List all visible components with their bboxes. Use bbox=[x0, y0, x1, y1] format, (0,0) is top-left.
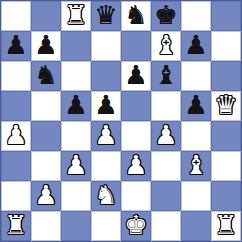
white-pawn-f4[interactable]: ♟ bbox=[154, 122, 177, 150]
square-e2[interactable] bbox=[121, 181, 151, 211]
square-c8[interactable]: ♜ bbox=[61, 1, 91, 31]
square-h2[interactable] bbox=[211, 181, 241, 211]
black-pawn-g5[interactable]: ♟ bbox=[184, 92, 207, 120]
square-e4[interactable] bbox=[121, 121, 151, 151]
square-h5[interactable]: ♛ bbox=[211, 91, 241, 121]
square-f3[interactable] bbox=[151, 151, 181, 181]
square-g8[interactable] bbox=[181, 1, 211, 31]
square-h4[interactable] bbox=[211, 121, 241, 151]
square-b5[interactable] bbox=[31, 91, 61, 121]
square-b3[interactable] bbox=[31, 151, 61, 181]
square-b1[interactable] bbox=[31, 211, 61, 241]
white-pawn-e3[interactable]: ♟ bbox=[124, 152, 147, 180]
square-h6[interactable] bbox=[211, 61, 241, 91]
black-pawn-g7[interactable]: ♟ bbox=[184, 32, 207, 60]
square-g2[interactable] bbox=[181, 181, 211, 211]
square-d7[interactable] bbox=[91, 31, 121, 61]
square-d5[interactable]: ♟ bbox=[91, 91, 121, 121]
white-knight-d2[interactable]: ♞ bbox=[94, 182, 117, 210]
black-knight-b6[interactable]: ♞ bbox=[34, 62, 57, 90]
square-e8[interactable]: ♞ bbox=[121, 1, 151, 31]
chess-board-container: ♜♛♞♚♟♟♝♟♞♟♝♟♟♟♛♟♟♟♟♟♝♟♞♜♚♜ bbox=[0, 0, 242, 242]
square-a1[interactable]: ♜ bbox=[1, 211, 31, 241]
square-e1[interactable]: ♚ bbox=[121, 211, 151, 241]
white-rook-c8[interactable]: ♜ bbox=[64, 2, 87, 30]
square-a8[interactable] bbox=[1, 1, 31, 31]
black-king-f8[interactable]: ♚ bbox=[154, 2, 177, 30]
square-f1[interactable] bbox=[151, 211, 181, 241]
square-b8[interactable] bbox=[31, 1, 61, 31]
black-pawn-c5[interactable]: ♟ bbox=[64, 92, 87, 120]
square-g1[interactable] bbox=[181, 211, 211, 241]
chess-board: ♜♛♞♚♟♟♝♟♞♟♝♟♟♟♛♟♟♟♟♟♝♟♞♜♚♜ bbox=[0, 0, 242, 242]
white-pawn-d4[interactable]: ♟ bbox=[94, 122, 117, 150]
white-king-e1[interactable]: ♚ bbox=[124, 212, 147, 240]
white-pawn-c3[interactable]: ♟ bbox=[64, 152, 87, 180]
square-g7[interactable]: ♟ bbox=[181, 31, 211, 61]
square-c5[interactable]: ♟ bbox=[61, 91, 91, 121]
black-bishop-f6[interactable]: ♝ bbox=[154, 62, 177, 90]
square-g6[interactable] bbox=[181, 61, 211, 91]
black-pawn-e6[interactable]: ♟ bbox=[124, 62, 147, 90]
square-h3[interactable] bbox=[211, 151, 241, 181]
square-d8[interactable]: ♛ bbox=[91, 1, 121, 31]
black-queen-d8[interactable]: ♛ bbox=[94, 2, 117, 30]
square-c1[interactable] bbox=[61, 211, 91, 241]
square-e3[interactable]: ♟ bbox=[121, 151, 151, 181]
square-f6[interactable]: ♝ bbox=[151, 61, 181, 91]
white-bishop-g3[interactable]: ♝ bbox=[184, 152, 207, 180]
white-rook-a1[interactable]: ♜ bbox=[4, 212, 27, 240]
square-c6[interactable] bbox=[61, 61, 91, 91]
square-e7[interactable] bbox=[121, 31, 151, 61]
black-pawn-a7[interactable]: ♟ bbox=[4, 32, 27, 60]
black-pawn-b7[interactable]: ♟ bbox=[34, 32, 57, 60]
square-c7[interactable] bbox=[61, 31, 91, 61]
square-c2[interactable] bbox=[61, 181, 91, 211]
square-f4[interactable]: ♟ bbox=[151, 121, 181, 151]
square-d1[interactable] bbox=[91, 211, 121, 241]
square-a5[interactable] bbox=[1, 91, 31, 121]
square-h7[interactable] bbox=[211, 31, 241, 61]
white-bishop-f7[interactable]: ♝ bbox=[154, 32, 177, 60]
square-a7[interactable]: ♟ bbox=[1, 31, 31, 61]
white-queen-h5[interactable]: ♛ bbox=[214, 92, 237, 120]
square-b6[interactable]: ♞ bbox=[31, 61, 61, 91]
square-b4[interactable] bbox=[31, 121, 61, 151]
square-d3[interactable] bbox=[91, 151, 121, 181]
square-f5[interactable] bbox=[151, 91, 181, 121]
black-knight-e8[interactable]: ♞ bbox=[124, 2, 147, 30]
square-d4[interactable]: ♟ bbox=[91, 121, 121, 151]
black-pawn-d5[interactable]: ♟ bbox=[94, 92, 117, 120]
square-g4[interactable] bbox=[181, 121, 211, 151]
square-f8[interactable]: ♚ bbox=[151, 1, 181, 31]
square-h1[interactable]: ♜ bbox=[211, 211, 241, 241]
square-d2[interactable]: ♞ bbox=[91, 181, 121, 211]
square-a4[interactable]: ♟ bbox=[1, 121, 31, 151]
square-h8[interactable] bbox=[211, 1, 241, 31]
square-d6[interactable] bbox=[91, 61, 121, 91]
white-rook-h1[interactable]: ♜ bbox=[214, 212, 237, 240]
square-f2[interactable] bbox=[151, 181, 181, 211]
square-a2[interactable] bbox=[1, 181, 31, 211]
square-c4[interactable] bbox=[61, 121, 91, 151]
square-c3[interactable]: ♟ bbox=[61, 151, 91, 181]
square-f7[interactable]: ♝ bbox=[151, 31, 181, 61]
square-g3[interactable]: ♝ bbox=[181, 151, 211, 181]
white-pawn-b2[interactable]: ♟ bbox=[34, 182, 57, 210]
square-a3[interactable] bbox=[1, 151, 31, 181]
square-e5[interactable] bbox=[121, 91, 151, 121]
square-g5[interactable]: ♟ bbox=[181, 91, 211, 121]
white-pawn-a4[interactable]: ♟ bbox=[4, 122, 27, 150]
square-b2[interactable]: ♟ bbox=[31, 181, 61, 211]
square-a6[interactable] bbox=[1, 61, 31, 91]
square-b7[interactable]: ♟ bbox=[31, 31, 61, 61]
square-e6[interactable]: ♟ bbox=[121, 61, 151, 91]
